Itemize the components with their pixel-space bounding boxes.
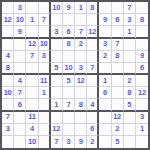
cell-r12c10[interactable]: 5 [112,136,124,148]
given-digit: 12 [4,16,12,24]
given-digit: 8 [127,89,131,97]
given-digit: 1 [30,16,34,24]
cell-r4c1[interactable] [2,39,14,51]
given-digit: 5 [127,101,131,109]
given-digit: 4 [30,125,34,133]
cell-r10c6[interactable] [63,112,75,124]
cell-r7c6[interactable]: 5 [63,75,75,87]
given-digit: 3 [42,52,46,60]
given-digit: 10 [52,4,60,12]
cell-r12c3[interactable]: 10 [26,136,38,148]
cell-r9c1[interactable] [2,99,14,111]
given-digit: 4 [6,52,10,60]
cell-r5c9[interactable]: 2 [99,51,111,63]
cell-r2c8[interactable] [87,14,99,26]
cell-r8c1[interactable]: 10 [2,87,14,99]
given-digit: 7 [79,28,83,36]
cell-r12c2[interactable] [14,136,26,148]
cell-r2c5[interactable] [51,14,63,26]
cell-r3c2[interactable]: 9 [14,26,26,38]
cell-r7c11[interactable]: 2 [124,75,136,87]
given-digit: 2 [79,40,83,48]
cell-r11c7[interactable] [75,124,87,136]
given-digit: 9 [18,28,22,36]
given-digit: 1 [127,28,131,36]
cell-r10c9[interactable] [99,112,111,124]
cell-r7c8[interactable] [87,75,99,87]
cell-r4c5[interactable] [51,39,63,51]
cell-r8c4[interactable]: 1 [39,87,51,99]
cell-r1c5[interactable]: 10 [51,2,63,14]
cell-r1c1[interactable] [2,2,14,14]
cell-r10c7[interactable] [75,112,87,124]
cell-r11c1[interactable]: 3 [2,124,14,136]
given-digit: 7 [42,16,46,24]
cell-r11c3[interactable]: 4 [26,124,38,136]
cell-r7c10[interactable] [112,75,124,87]
given-digit: 1 [54,101,58,109]
cell-r2c4[interactable]: 7 [39,14,51,26]
cell-r12c1[interactable] [2,136,14,148]
given-digit: 5 [66,77,70,85]
given-digit: 8 [140,16,144,24]
cell-r9c12[interactable] [136,99,148,111]
given-digit: 3 [140,113,144,121]
given-digit: 3 [103,40,107,48]
cell-r9c2[interactable]: 6 [14,99,26,111]
cell-r2c6[interactable] [63,14,75,26]
cell-r3c11[interactable]: 1 [124,26,136,38]
cell-r5c6[interactable] [63,51,75,63]
given-digit: 10 [28,138,36,146]
cell-r4c3[interactable]: 12 [26,39,38,51]
cell-r6c5[interactable]: 5 [51,63,63,75]
given-digit: 12 [77,77,85,85]
cell-r8c2[interactable]: 7 [14,87,26,99]
given-digit: 6 [115,16,119,24]
given-digit: 3 [66,138,70,146]
given-digit: 3 [79,64,83,72]
cell-r9c4[interactable] [39,99,51,111]
cell-r7c3[interactable] [26,75,38,87]
given-digit: 3 [18,4,22,12]
cell-r11c12[interactable]: 1 [136,124,148,136]
given-digit: 8 [6,64,10,72]
given-digit: 9 [103,16,107,24]
cell-r2c2[interactable]: 10 [14,14,26,26]
cell-r3c1[interactable] [2,26,14,38]
given-digit: 12 [52,125,60,133]
cell-r11c5[interactable]: 12 [51,124,63,136]
cell-r1c11[interactable]: 7 [124,2,136,14]
cell-r1c12[interactable] [136,2,148,14]
cell-r4c10[interactable]: 7 [112,39,124,51]
cell-r6c2[interactable] [14,63,26,75]
cell-r11c6[interactable] [63,124,75,136]
given-digit: 8 [115,52,119,60]
cell-r11c8[interactable]: 6 [87,124,99,136]
cell-r3c9[interactable] [99,26,111,38]
cell-r2c9[interactable]: 9 [99,14,111,26]
given-digit: 5 [54,64,58,72]
cell-r7c1[interactable] [2,75,14,87]
given-digit: 10 [40,40,48,48]
given-digit: 1 [103,77,107,85]
cell-r6c12[interactable]: 6 [136,63,148,75]
cell-r12c12[interactable] [136,136,148,148]
cell-r11c11[interactable] [124,124,136,136]
cell-r1c6[interactable]: 9 [63,2,75,14]
cell-r12c4[interactable] [39,136,51,148]
cell-r10c2[interactable] [14,112,26,124]
given-digit: 2 [115,125,119,133]
given-digit: 2 [127,77,131,85]
cell-r2c12[interactable]: 8 [136,14,148,26]
given-digit: 10 [16,16,24,24]
cell-r11c10[interactable]: 2 [112,124,124,136]
given-digit: 4 [90,101,94,109]
cell-r4c7[interactable]: 2 [75,39,87,51]
cell-r3c4[interactable] [39,26,51,38]
cell-r9c8[interactable]: 4 [87,99,99,111]
given-digit: 4 [18,77,22,85]
cell-r6c8[interactable]: 7 [87,63,99,75]
cell-r6c7[interactable]: 3 [75,63,87,75]
cell-r4c4[interactable]: 10 [39,39,51,51]
cell-r8c9[interactable]: 6 [99,87,111,99]
cell-r9c10[interactable] [112,99,124,111]
given-digit: 10 [65,64,73,72]
cell-r10c1[interactable]: 7 [2,112,14,124]
given-digit: 7 [90,64,94,72]
cell-r8c11[interactable]: 8 [124,87,136,99]
cell-r6c9[interactable] [99,63,111,75]
cell-r5c1[interactable]: 4 [2,51,14,63]
cell-r1c4[interactable] [39,2,51,14]
given-digit: 9 [79,138,83,146]
cell-r5c7[interactable] [75,51,87,63]
cell-r10c4[interactable] [39,112,51,124]
cell-r8c6[interactable] [63,87,75,99]
cell-r8c5[interactable] [51,87,63,99]
given-digit: 7 [127,4,131,12]
cell-r7c5[interactable] [51,75,63,87]
given-digit: 7 [6,113,10,121]
cell-r1c8[interactable]: 8 [87,2,99,14]
given-digit: 8 [79,101,83,109]
cell-r5c8[interactable] [87,51,99,63]
given-digit: 11 [40,77,47,85]
cell-r10c8[interactable] [87,112,99,124]
cell-r5c10[interactable]: 8 [112,51,124,63]
cell-r4c6[interactable]: 8 [63,39,75,51]
cell-r3c8[interactable]: 12 [87,26,99,38]
cell-r1c2[interactable]: 3 [14,2,26,14]
given-digit: 12 [28,40,36,48]
cell-r2c11[interactable]: 3 [124,14,136,26]
given-digit: 12 [88,28,96,36]
cell-r7c12[interactable] [136,75,148,87]
given-digit: 1 [42,89,46,97]
cell-r6c1[interactable]: 8 [2,63,14,75]
given-digit: 7 [115,40,119,48]
cell-r1c7[interactable]: 1 [75,2,87,14]
cell-r6c10[interactable] [112,63,124,75]
given-digit: 12 [138,89,146,97]
cell-r12c8[interactable]: 2 [87,136,99,148]
cell-r4c11[interactable] [124,39,136,51]
given-digit: 5 [115,138,119,146]
cell-r1c10[interactable] [112,2,124,14]
cell-r9c11[interactable]: 5 [124,99,136,111]
cell-r5c12[interactable]: 9 [136,51,148,63]
cell-r9c6[interactable]: 7 [63,99,75,111]
cell-r11c2[interactable] [14,124,26,136]
cell-r5c4[interactable]: 3 [39,51,51,63]
given-digit: 6 [66,28,70,36]
cell-r1c3[interactable] [26,2,38,14]
cell-r12c5[interactable]: 7 [51,136,63,148]
given-digit: 6 [18,101,22,109]
cell-r8c3[interactable] [26,87,38,99]
cell-r6c11[interactable] [124,63,136,75]
cell-r7c2[interactable]: 4 [14,75,26,87]
cell-r12c11[interactable] [124,136,136,148]
given-digit: 7 [54,138,58,146]
cell-r12c7[interactable]: 9 [75,136,87,148]
cell-r4c12[interactable] [136,39,148,51]
given-digit: 8 [90,4,94,12]
cell-r8c10[interactable] [112,87,124,99]
cell-r11c9[interactable] [99,124,111,136]
cell-r3c7[interactable]: 7 [75,26,87,38]
given-digit: 12 [113,113,121,121]
given-digit: 6 [140,64,144,72]
given-digit: 3 [54,28,58,36]
given-digit: 8 [66,40,70,48]
cell-r5c11[interactable] [124,51,136,63]
cell-r8c8[interactable] [87,87,99,99]
cell-r10c10[interactable]: 12 [112,112,124,124]
given-digit: 2 [90,138,94,146]
cell-r11c4[interactable] [39,124,51,136]
cell-r7c4[interactable]: 11 [39,75,51,87]
given-digit: 9 [140,52,144,60]
cell-r9c5[interactable]: 1 [51,99,63,111]
cell-r3c3[interactable] [26,26,38,38]
given-digit: 1 [140,125,144,133]
given-digit: 3 [6,125,10,133]
given-digit: 11 [28,113,35,121]
cell-r2c10[interactable]: 6 [112,14,124,26]
given-digit: 9 [66,4,70,12]
cell-r5c2[interactable] [14,51,26,63]
cell-r3c5[interactable]: 3 [51,26,63,38]
given-digit: 7 [30,52,34,60]
given-digit: 6 [90,125,94,133]
cell-r9c3[interactable] [26,99,38,111]
given-digit: 10 [4,89,12,97]
cell-r10c11[interactable] [124,112,136,124]
cell-r9c7[interactable]: 8 [75,99,87,111]
given-digit: 7 [66,101,70,109]
cell-r4c2[interactable] [14,39,26,51]
cell-r10c12[interactable]: 3 [136,112,148,124]
cell-r2c1[interactable]: 12 [2,14,14,26]
cell-r6c6[interactable]: 10 [63,63,75,75]
given-digit: 1 [79,4,83,12]
cell-r12c9[interactable] [99,136,111,148]
cell-r12c6[interactable]: 3 [63,136,75,148]
given-digit: 7 [18,89,22,97]
cell-r1c9[interactable] [99,2,111,14]
sudoku-board: 3109187121017963893671211210823747328985… [0,0,150,150]
cell-r9c9[interactable] [99,99,111,111]
cell-r4c9[interactable]: 3 [99,39,111,51]
cell-r5c3[interactable]: 7 [26,51,38,63]
cell-r10c5[interactable] [51,112,63,124]
cell-r3c12[interactable] [136,26,148,38]
given-digit: 6 [103,89,107,97]
cell-r8c7[interactable] [75,87,87,99]
cell-r2c7[interactable] [75,14,87,26]
cell-r3c6[interactable]: 6 [63,26,75,38]
cell-r2c3[interactable]: 1 [26,14,38,26]
cell-r8c12[interactable]: 12 [136,87,148,99]
cell-r7c9[interactable]: 1 [99,75,111,87]
given-digit: 3 [127,16,131,24]
cell-r3c10[interactable] [112,26,124,38]
cell-r7c7[interactable]: 12 [75,75,87,87]
given-digit: 2 [103,52,107,60]
cell-r6c3[interactable] [26,63,38,75]
cell-r6c4[interactable] [39,63,51,75]
cell-r5c5[interactable] [51,51,63,63]
cell-r10c3[interactable]: 11 [26,112,38,124]
cell-r4c8[interactable] [87,39,99,51]
